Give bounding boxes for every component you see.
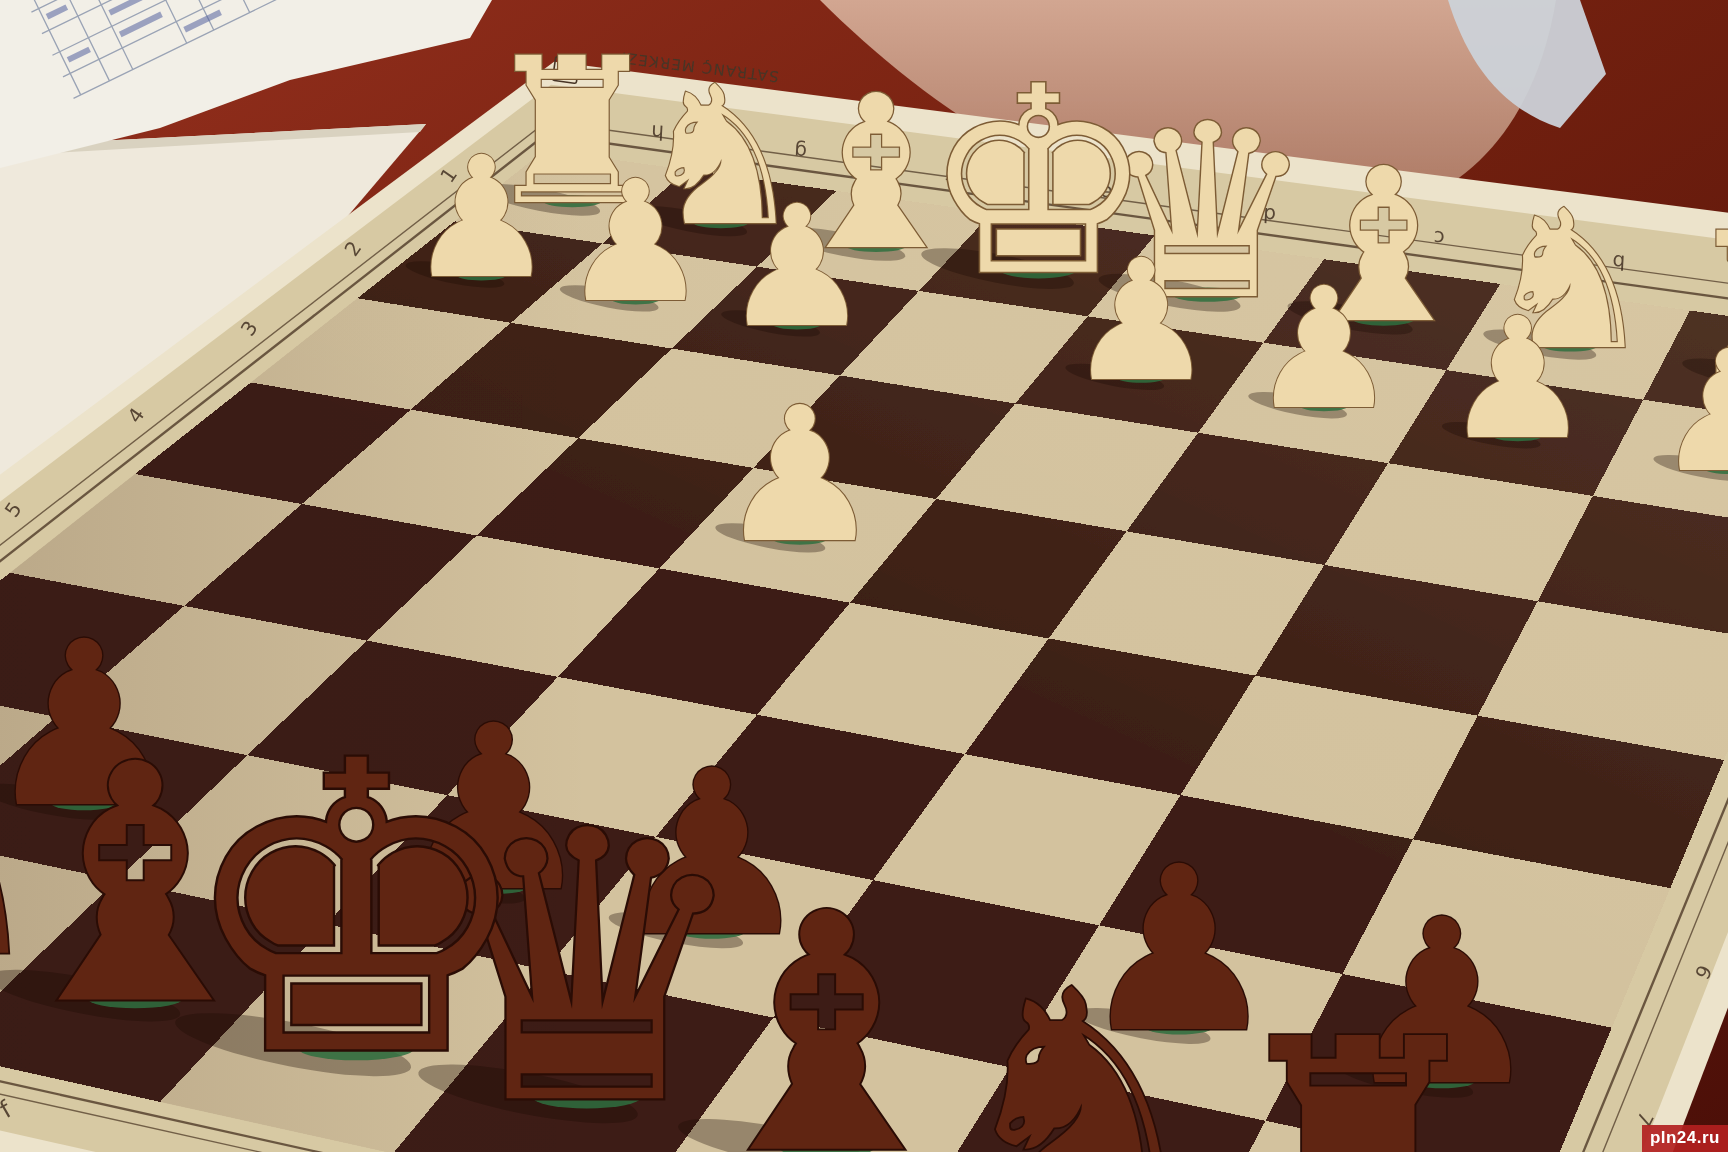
piece-black-knight-b8[interactable]: ♞ (944, 928, 1214, 1152)
black-knight-glyph: ♞ (0, 678, 56, 1023)
piece-white-pawn-d2[interactable]: ♟ (1064, 224, 1216, 418)
piece-white-pawn-c2[interactable]: ♟ (1247, 252, 1399, 446)
white-pawn-glyph: ♟ (406, 121, 556, 315)
black-rook-glyph: ♜ (1218, 973, 1498, 1152)
piece-white-pawn-g2[interactable]: ♟ (558, 145, 710, 339)
piece-white-pawn-e4[interactable]: ♟ (713, 367, 883, 584)
white-pawn-glyph: ♟ (716, 367, 883, 584)
white-pawn-glyph: ♟ (1654, 315, 1728, 509)
piece-black-knight-g8[interactable]: ♞ (0, 678, 56, 1023)
piece-white-pawn-a2[interactable]: ♟ (1652, 315, 1728, 509)
scene: hhggffeeddccbbaa1122334455667788SATRANÇ … (0, 0, 1728, 1152)
black-knight-glyph: ♞ (948, 928, 1214, 1152)
piece-white-pawn-b2[interactable]: ♟ (1440, 282, 1592, 476)
photo-stage: hhggffeeddccbbaa1122334455667788SATRANÇ … (0, 0, 1728, 1152)
white-pawn-glyph: ♟ (1443, 282, 1593, 476)
white-pawn-glyph: ♟ (561, 145, 711, 339)
piece-white-pawn-f2[interactable]: ♟ (719, 170, 871, 364)
piece-black-rook-a8[interactable]: ♜ (1214, 973, 1498, 1152)
piece-white-pawn-h2[interactable]: ♟ (404, 121, 556, 315)
white-pawn-glyph: ♟ (722, 170, 872, 364)
watermark-pln24: pln24.ru (1642, 1125, 1728, 1152)
white-pawn-glyph: ♟ (1066, 224, 1216, 418)
white-pawn-glyph: ♟ (1249, 252, 1399, 446)
